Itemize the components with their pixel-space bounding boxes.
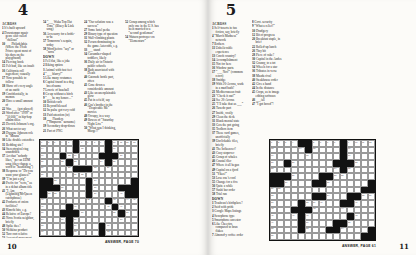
cell-number: 53: [126, 211, 128, 213]
grid-cell[interactable]: 44: [340, 207, 347, 214]
grid-cell[interactable]: [284, 147, 291, 154]
clue-item: 57 Tomorrow’s sequin, today: [43, 39, 77, 46]
cell-number: 32: [278, 187, 280, 189]
grid-cell[interactable]: [319, 147, 326, 154]
clue-item: 33 Gets the pot going: [212, 123, 245, 127]
black-cell: [298, 220, 305, 227]
grid-cell[interactable]: 31: [270, 187, 277, 194]
grid-cell[interactable]: [361, 147, 368, 154]
clue-item: 56 Quite a while: [212, 184, 245, 188]
grid-cell[interactable]: 40: [319, 200, 326, 207]
cell-number: 54: [341, 227, 343, 229]
grid-cell[interactable]: 28: [340, 173, 347, 180]
grid-cell[interactable]: [284, 207, 291, 214]
cell-number: 59: [74, 224, 76, 226]
grid-cell[interactable]: [284, 193, 291, 200]
grid-cell[interactable]: [277, 233, 284, 240]
grid-cell[interactable]: 29: [284, 180, 291, 187]
grid-cell[interactable]: 41: [354, 200, 361, 207]
clue-item: 4 “March Madness” network: [212, 34, 245, 41]
clue-item: 15 Felt bad, like an insult: [2, 64, 35, 68]
grid-cell[interactable]: [277, 147, 284, 154]
clue-item: 56 Accessory for a bride-to-be: [43, 31, 77, 38]
clue-item: 19 With 26-Across, wade in a mud bath?: [212, 82, 245, 89]
grid-cell[interactable]: [368, 160, 375, 167]
cell-number: 20: [271, 161, 273, 163]
clue-item: 34 Cucumber-shaped toddlers, likely: [84, 52, 118, 59]
grid-cell[interactable]: [277, 207, 284, 214]
grid-cell[interactable]: [361, 200, 368, 207]
black-cell: [368, 187, 375, 194]
clue-item: 31 Wall-climbing plants: [84, 36, 118, 40]
grid-cell[interactable]: [326, 147, 333, 154]
grid-cell[interactable]: [368, 173, 375, 180]
grid-cell[interactable]: [368, 153, 375, 160]
black-cell: [326, 227, 333, 234]
grid-cell[interactable]: [312, 167, 319, 174]
cell-number: 13: [133, 141, 135, 143]
grid-cell[interactable]: [291, 167, 298, 174]
cell-number: 16: [348, 147, 350, 149]
clue-item: 46 ___/all: [252, 98, 286, 102]
clue-item: 16 California roll ingredient, casually: [2, 68, 35, 75]
clue-item: 48 Occupy, in a way: [84, 114, 118, 118]
clue-item: 54 “___ Waka Top Hat Time” (Bluey & Link…: [43, 20, 77, 31]
grid-cell[interactable]: [291, 220, 298, 227]
grid-cell[interactable]: [340, 213, 347, 220]
cell-number: 30: [327, 181, 329, 183]
cell-number: 31: [271, 187, 273, 189]
clue-item: 10 ___ Philadelphia (where the Fresh Pri…: [2, 42, 35, 60]
clue-item: 36 Daily air in Ontario public schools: [84, 60, 118, 67]
grid-cell[interactable]: [277, 227, 284, 234]
grid-cell[interactable]: 33: [270, 193, 277, 200]
grid-cell[interactable]: [340, 233, 347, 240]
grid-cell[interactable]: 11: [361, 140, 368, 147]
clue-item: 31 Blank mental state: [212, 119, 245, 123]
grid-cell[interactable]: [284, 200, 291, 207]
grid-cell[interactable]: 8: [333, 140, 340, 147]
grid-cell[interactable]: [326, 153, 333, 160]
grid-cell[interactable]: [312, 213, 319, 220]
grid-cell[interactable]: [298, 160, 305, 167]
grid-cell[interactable]: [298, 173, 305, 180]
grid-cell[interactable]: [354, 220, 361, 227]
cell-number: 10: [113, 141, 115, 143]
clue-item: 10 British carb: [43, 100, 77, 104]
black-cell: [347, 213, 354, 220]
cell-number: 6: [320, 141, 321, 143]
grid-cell[interactable]: 55: [270, 233, 277, 240]
book-spread: 4 ACROSS1 It’s built upward4 Downtempo m…: [0, 0, 416, 255]
grid-cell[interactable]: [319, 227, 326, 234]
clue-item: 33 ___ stand: [84, 48, 118, 52]
clue-item: 6 Like Cheerios compared to bran flakes: [212, 222, 245, 233]
clue-item: 30 Like double entendres: [2, 138, 35, 142]
grid-cell[interactable]: 32: [277, 187, 284, 194]
grid-cell[interactable]: 15: [312, 147, 319, 154]
clue-item: 15 Not for here: [212, 62, 245, 66]
grid-cell[interactable]: [333, 200, 340, 207]
clue-item: 5 Smartphone ancestor: [212, 218, 245, 222]
black-cell: [298, 200, 305, 207]
cell-number: 51: [81, 211, 83, 213]
cell-number: 62: [74, 230, 76, 232]
crossword-grid-left: 1234567891011121314151617181920212223242…: [39, 139, 139, 237]
cell-number: 43: [113, 198, 115, 200]
grid-cell[interactable]: [354, 147, 361, 154]
grid-cell[interactable]: 22: [354, 160, 361, 167]
grid-cell[interactable]: 27: [333, 173, 340, 180]
grid-cell[interactable]: [277, 200, 284, 207]
grid-cell[interactable]: [284, 153, 291, 160]
clue-item: 38 Mazda rival: [252, 73, 286, 77]
clue-item: 27 Some hotel perks: [84, 28, 118, 32]
grid-cell[interactable]: [326, 220, 333, 227]
grid-cell[interactable]: [368, 167, 375, 174]
grid-cell[interactable]: [312, 160, 319, 167]
cell-number: 34: [94, 179, 96, 181]
clue-item: 13 Conch country?: [212, 53, 245, 57]
clue-item: 50 Webkinz product: [2, 228, 35, 232]
grid-cell[interactable]: 10: [354, 140, 361, 147]
clue-item: 12 Bit of progress: [252, 32, 286, 36]
cell-number: 49: [271, 221, 273, 223]
clue-item: 8 Go up without a hitch: [43, 92, 77, 96]
cell-number: 1: [41, 141, 42, 143]
grid-cell[interactable]: [319, 167, 326, 174]
grid-cell[interactable]: [347, 227, 354, 234]
clue-column: 24 “Our solution was a success”27 Some h…: [84, 20, 118, 136]
grid-cell[interactable]: [319, 233, 326, 240]
grid-cell[interactable]: [291, 180, 298, 187]
grid-cell[interactable]: [354, 207, 361, 214]
clue-item: 14 Accomplishment: [212, 58, 245, 62]
grid-cell[interactable]: [354, 227, 361, 234]
grid-cell[interactable]: [305, 193, 312, 200]
cell-number: 8: [334, 141, 335, 143]
grid-cell[interactable]: [347, 207, 354, 214]
grid-cell[interactable]: 14: [298, 147, 305, 154]
clue-item: 4 Saxophone type: [212, 213, 245, 217]
grid-cell[interactable]: 45: [270, 213, 277, 220]
clue-item: 38 Response to “Do you want your glasses…: [2, 169, 35, 176]
grid-cell[interactable]: [277, 167, 284, 174]
grid-cell[interactable]: [277, 220, 284, 227]
cell-number: 26: [41, 166, 43, 168]
grid-cell[interactable]: [298, 153, 305, 160]
grid-cell[interactable]: [277, 160, 284, 167]
grid-cell[interactable]: [305, 160, 312, 167]
grid-cell[interactable]: [284, 233, 291, 240]
grid-cell[interactable]: [354, 167, 361, 174]
grid-cell[interactable]: [305, 180, 312, 187]
grid-cell[interactable]: 16: [347, 147, 354, 154]
grid-cell[interactable]: [361, 227, 368, 234]
grid-cell[interactable]: [319, 213, 326, 220]
clue-item: 44 In the distance: [252, 86, 286, 90]
grid-cell[interactable]: [361, 167, 368, 174]
cell-number: 6: [81, 141, 82, 143]
grid-cell[interactable]: [354, 153, 361, 160]
clue-item: 45 Crops, as in image editing software: [252, 90, 286, 97]
grid-cell[interactable]: [361, 173, 368, 180]
grid-cell[interactable]: 6: [319, 140, 326, 147]
clue-item: 26 What not to say: [2, 126, 35, 130]
cell-number: 42: [87, 198, 89, 200]
clue-column: ACROSS1 It’s built upward4 Downtempo mus…: [2, 20, 35, 238]
clue-item: 45 Put in a field, say: [84, 98, 118, 102]
black-cell: [284, 160, 291, 167]
cell-number: 9: [348, 141, 349, 143]
grid-cell[interactable]: [347, 187, 354, 194]
clue-item: 35 Toolbox item: [212, 127, 245, 131]
grid-cell[interactable]: [298, 180, 305, 187]
clue-item: 12 Its pulse got very cold: [43, 108, 77, 112]
grid-cell[interactable]: [361, 220, 368, 227]
section-header: DOWN: [212, 197, 245, 201]
black-cell: [319, 193, 326, 200]
clue-item: 42 Products of onion facilities?: [2, 200, 35, 207]
black-cell: [270, 173, 277, 180]
grid-cell[interactable]: 4: [291, 140, 298, 147]
grid-cell[interactable]: [319, 153, 326, 160]
black-cell: [319, 173, 326, 180]
grid-cell[interactable]: [312, 187, 319, 194]
grid-cell[interactable]: [361, 207, 368, 214]
grid-cell[interactable]: 42: [270, 207, 277, 214]
grid-cell[interactable]: [361, 160, 368, 167]
cell-number: 13: [271, 147, 273, 149]
grid-cell[interactable]: [284, 167, 291, 174]
grid-cell[interactable]: [298, 167, 305, 174]
grid-cell[interactable]: [326, 200, 333, 207]
grid-cell[interactable]: [340, 180, 347, 187]
grid-cell[interactable]: [312, 153, 319, 160]
clue-item: 39 Unclickable files, briefly: [212, 139, 245, 146]
grid-cell[interactable]: 51: [347, 220, 354, 227]
grid-cell[interactable]: [284, 213, 291, 220]
grid-cell[interactable]: [333, 233, 340, 240]
grid-cell[interactable]: [354, 180, 361, 187]
grid-cell[interactable]: [333, 147, 340, 154]
grid-cell[interactable]: [354, 173, 361, 180]
clue-item: 53 Lose one’s cool: [212, 176, 245, 180]
grid-cell[interactable]: 53: [305, 227, 312, 234]
clue-item: 18 ___ Flanders (“Simpsons” surname): [43, 116, 77, 123]
grid-cell[interactable]: 18: [305, 153, 312, 160]
grid-cell[interactable]: [305, 233, 312, 240]
grid-cell[interactable]: [284, 187, 291, 194]
grid-cell[interactable]: [340, 193, 347, 200]
grid-cell[interactable]: 7: [326, 140, 333, 147]
grid-cell[interactable]: 23: [270, 167, 277, 174]
cell-number: 4: [292, 141, 293, 143]
cell-number: 5: [68, 141, 69, 143]
grid-cell[interactable]: [347, 173, 354, 180]
grid-cell[interactable]: 38: [305, 200, 312, 207]
grid-cell[interactable]: [333, 193, 340, 200]
clue-item: 3 Google Maps listings: [212, 209, 245, 213]
clue-item: 46 Gru’s brother in the “Despicable Me” …: [84, 102, 118, 113]
grid-cell[interactable]: 48: [354, 213, 361, 220]
clue-item: 17 “___ Not!” (common retort): [212, 70, 245, 77]
clue-item: 45 Group of whales: [212, 155, 245, 159]
cell-number: 18: [68, 154, 70, 156]
grid-cell[interactable]: [347, 180, 354, 187]
black-cell: [277, 173, 284, 180]
grid-cell[interactable]: [326, 167, 333, 174]
grid-cell[interactable]: [291, 193, 298, 200]
clue-item: 43 Kimchi bits, e.g.: [2, 208, 35, 212]
grid-cell[interactable]: [284, 220, 291, 227]
cell-number: 19: [74, 154, 76, 156]
grid-cell[interactable]: [354, 233, 361, 240]
cell-number: 38: [54, 192, 56, 194]
grid-cell[interactable]: [333, 153, 340, 160]
grid-cell[interactable]: 34: [326, 193, 333, 200]
grid-cell[interactable]: [368, 147, 375, 154]
clue-item: 54 Watson portrayer on “Elementary”: [125, 35, 159, 42]
grid-cell[interactable]: [277, 213, 284, 220]
grid-cell[interactable]: 19: [347, 153, 354, 160]
grid-cell[interactable]: 17: [270, 153, 277, 160]
grid-cell[interactable]: [277, 153, 284, 160]
grid-cell[interactable]: 52: [270, 227, 277, 234]
grid-cell[interactable]: [284, 227, 291, 234]
black-cell: [312, 193, 319, 200]
grid-cell[interactable]: [333, 180, 340, 187]
clue-item: 30 Capital in the Andes: [252, 57, 286, 61]
grid-cell[interactable]: [361, 213, 368, 220]
grid-cell[interactable]: 30: [326, 180, 333, 187]
grid-cell[interactable]: [368, 200, 375, 207]
grid-cell[interactable]: [326, 207, 333, 214]
grid-cell[interactable]: 21: [291, 160, 298, 167]
cell-number: 39: [94, 192, 96, 194]
black-cell: [340, 147, 347, 154]
grid-cell[interactable]: 2: [277, 140, 284, 147]
clue-item: 1 Fell flat, like a joke: [43, 59, 77, 63]
clue-item: 41 Gone down a considerable amount: [84, 83, 118, 90]
grid-cell[interactable]: [326, 187, 333, 194]
clue-item: 37 These card games, unofficially: [212, 131, 245, 138]
clue-item: 21 Mediterranean fruit: [212, 90, 245, 94]
grid-cell[interactable]: 12: [368, 140, 375, 147]
grid-cell[interactable]: 47: [305, 213, 312, 220]
grid-cell[interactable]: [305, 187, 312, 194]
grid-cell[interactable]: [131, 230, 138, 236]
grid-cell[interactable]: 3: [284, 140, 291, 147]
grid-cell[interactable]: 35: [361, 193, 368, 200]
clue-item: 53 Accented movement: [2, 236, 35, 238]
grid-cell[interactable]: [298, 233, 305, 240]
grid-cell[interactable]: [347, 233, 354, 240]
grid-cell[interactable]: [340, 187, 347, 194]
cell-number: 45: [271, 214, 273, 216]
cell-number: 41: [41, 198, 43, 200]
cell-number: 2: [48, 141, 49, 143]
grid-cell[interactable]: 36: [368, 193, 375, 200]
grid-cell[interactable]: [312, 233, 319, 240]
grid-cell[interactable]: [298, 193, 305, 200]
grid-cell[interactable]: [305, 173, 312, 180]
grid-cell[interactable]: [368, 207, 375, 214]
black-cell: [298, 227, 305, 234]
grid-cell[interactable]: 25: [347, 167, 354, 174]
grid-cell[interactable]: [333, 207, 340, 214]
grid-cell[interactable]: 26: [291, 173, 298, 180]
grid-cell[interactable]: [354, 187, 361, 194]
grid-cell[interactable]: [361, 153, 368, 160]
grid-cell[interactable]: [326, 160, 333, 167]
page-right: 5 ACROSS1 Self-inserts in fan fiction, s…: [208, 0, 416, 255]
puzzle-number-left: 4: [0, 1, 46, 19]
clue-item: 55 Change for a five: [212, 180, 245, 184]
cell-number: 23: [271, 167, 273, 169]
cell-number: 12: [126, 141, 128, 143]
grid-cell[interactable]: [319, 160, 326, 167]
grid-cell[interactable]: [326, 233, 333, 240]
clue-item: 57 Sushi bar order: [212, 188, 245, 192]
cell-number: 50: [306, 221, 308, 223]
grid-cell[interactable]: [312, 227, 319, 234]
grid-cell[interactable]: [368, 213, 375, 220]
grid-cell[interactable]: 24: [333, 167, 340, 174]
cell-number: 11: [362, 141, 364, 143]
cell-number: 36: [94, 186, 96, 188]
grid-cell[interactable]: [305, 167, 312, 174]
grid-cell[interactable]: [291, 200, 298, 207]
grid-cell[interactable]: [291, 153, 298, 160]
grid-cell[interactable]: [312, 220, 319, 227]
grid-cell[interactable]: [291, 227, 298, 234]
grid-cell[interactable]: [277, 193, 284, 200]
clue-item: 16 Window parts: [212, 66, 245, 70]
grid-cell[interactable]: [368, 220, 375, 227]
grid-cell[interactable]: [333, 187, 340, 194]
grid-cell[interactable]: 43: [312, 207, 319, 214]
clue-item: 21 Part of PNG: [43, 128, 77, 132]
grid-cell[interactable]: [361, 180, 368, 187]
clue-column: 54 “___ Waka Top Hat Time” (Bluey & Link…: [43, 20, 77, 136]
clue-item: 1 Self-inserts in fan fiction, say, brie…: [212, 26, 245, 33]
cell-number: 19: [348, 154, 350, 156]
clue-item: 18 Smidge: [212, 78, 245, 82]
clue-item: 58 Trial run: [212, 192, 245, 196]
black-cell: [305, 207, 312, 214]
section-header: ACROSS: [212, 22, 245, 26]
clue-item: 47 “I got bored”!: [252, 102, 286, 106]
grid-cell[interactable]: [298, 187, 305, 194]
grid-cell[interactable]: [319, 187, 326, 194]
clue-item: 5 Like many costumes: [43, 76, 77, 80]
grid-cell[interactable]: 54: [340, 227, 347, 234]
grid-cell[interactable]: [291, 147, 298, 154]
grid-cell[interactable]: 13: [270, 147, 277, 154]
grid-cell[interactable]: 46: [291, 213, 298, 220]
clue-item: 7 Bothers: [212, 42, 245, 46]
grid-cell[interactable]: [319, 220, 326, 227]
grid-cell[interactable]: [291, 233, 298, 240]
grid-cell[interactable]: [291, 187, 298, 194]
clue-item: 58 Word before “say” or “nova”: [43, 47, 77, 54]
cell-number: 18: [306, 154, 308, 156]
grid-cell[interactable]: [312, 173, 319, 180]
grid-cell[interactable]: [319, 207, 326, 214]
grid-cell[interactable]: [326, 213, 333, 220]
grid-cell[interactable]: [333, 213, 340, 220]
